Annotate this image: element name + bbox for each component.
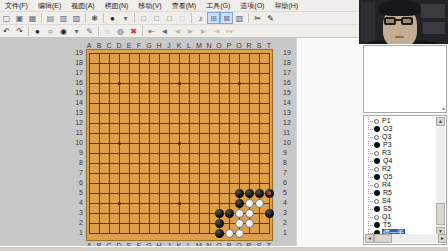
annotate-button[interactable]: ✎ [264, 12, 277, 24]
top-coordinate-H: H [154, 42, 164, 49]
move-list-item-R4[interactable]: R4 [365, 181, 438, 189]
black-stone-Q4 [235, 199, 244, 208]
right-coordinate-1: 1 [283, 229, 293, 236]
top-coordinate-P: P [224, 42, 234, 49]
first-move-button[interactable]: ⇤ [145, 25, 158, 37]
left-coordinate-19: 19 [74, 49, 83, 56]
top-coordinate-L: L [184, 42, 194, 49]
star-point [178, 82, 181, 85]
black-stone-O3 [215, 209, 224, 218]
scroll-right-icon[interactable]: ► [438, 234, 447, 243]
top-coordinate-T: T [264, 42, 274, 49]
stone-mode-dropdown[interactable]: ▾ [70, 25, 83, 37]
redo-button[interactable]: ↷ [13, 25, 26, 37]
capture-button[interactable]: ◍ [114, 25, 127, 37]
star-point [118, 82, 121, 85]
top-coordinate-O: O [214, 42, 224, 49]
top-coordinate-N: N [204, 42, 214, 49]
white-stone-R4 [245, 199, 254, 208]
black-stone-T3 [265, 209, 274, 218]
menu-item-2[interactable]: 视图(A) [66, 0, 99, 12]
zoom-board-button[interactable]: ▨ [233, 12, 246, 24]
move-label: T5 [382, 221, 392, 229]
black-stone-O2 [215, 219, 224, 228]
black-stone-icon [374, 222, 380, 228]
tree-connector [368, 125, 373, 130]
left-coordinate-5: 5 [74, 189, 83, 196]
right-coordinate-15: 15 [283, 89, 293, 96]
white-stone-Q1 [235, 229, 244, 238]
black-stone-R5 [245, 189, 254, 198]
white-stone-P1 [225, 229, 234, 238]
toolbar-separator [191, 13, 192, 23]
tree-connector [368, 181, 373, 186]
right-coordinate-5: 5 [283, 189, 293, 196]
tree-connector [368, 165, 373, 170]
undo-button[interactable]: ↶ [0, 25, 13, 37]
glasses-icon [401, 17, 413, 25]
fast-back-button[interactable]: ◄ [158, 25, 171, 37]
top-coordinate-Q: Q [234, 42, 244, 49]
board-layout-3-button[interactable]: □ [163, 12, 176, 24]
move-list-item-P3[interactable]: P3 [365, 141, 438, 149]
move-label: S4 [381, 197, 392, 205]
vertical-scrollbar[interactable]: ▲ ▼ [436, 117, 445, 236]
comment-box[interactable]: ▴ [363, 45, 447, 113]
sound-button[interactable]: ♪ [194, 12, 207, 24]
top-coordinate-D: D [114, 42, 124, 49]
black-stone-icon [374, 206, 380, 212]
black-stone-icon [374, 190, 380, 196]
move-list-item-S4[interactable]: S4 [365, 197, 438, 205]
status-bar [0, 246, 448, 251]
star-point [118, 202, 121, 205]
black-stone-Q5 [235, 189, 244, 198]
top-coordinate-A: A [84, 42, 94, 49]
new-file-button[interactable]: ▢ [0, 12, 13, 24]
right-coordinate-16: 16 [283, 79, 293, 86]
move-list-item-Q3[interactable]: Q3 [365, 133, 438, 141]
white-stone-Q3 [235, 209, 244, 218]
right-coordinate-6: 6 [283, 179, 293, 186]
star-point [178, 202, 181, 205]
white-stone-icon [374, 151, 379, 156]
left-coordinate-17: 17 [74, 69, 83, 76]
move-list-item-R3[interactable]: R3 [365, 149, 438, 157]
left-coordinate-15: 15 [74, 89, 83, 96]
black-stone-icon [374, 142, 380, 148]
toolbar-separator [248, 13, 249, 23]
move-label: P1 [381, 117, 392, 125]
left-coordinate-12: 12 [74, 119, 83, 126]
menu-item-0[interactable]: 文件(F) [0, 0, 33, 12]
tree-connector [368, 149, 373, 154]
mark-button[interactable]: ✎ [83, 25, 96, 37]
move-label: Q1 [381, 213, 392, 221]
menu-item-5[interactable]: 查看(M) [167, 0, 202, 12]
black-stone-P3 [225, 209, 234, 218]
left-coordinate-16: 16 [74, 79, 83, 86]
star-point [178, 142, 181, 145]
left-coordinate-11: 11 [74, 129, 83, 136]
menu-item-4[interactable]: 移动(V) [133, 0, 166, 12]
left-coordinate-10: 10 [74, 139, 83, 146]
right-coordinate-2: 2 [283, 219, 293, 226]
next-move-button[interactable]: ► [184, 25, 197, 37]
black-stone-T5 [265, 189, 274, 198]
white-stone-icon [374, 183, 379, 188]
open-file-button[interactable]: ▣ [13, 12, 26, 24]
horizontal-scrollbar[interactable]: ◄ ► [365, 234, 447, 243]
left-coordinate-18: 18 [74, 59, 83, 66]
go-editor-window: { "app": { "type": "go-game-record-edito… [0, 0, 448, 251]
game-info-button[interactable]: ✱ [88, 12, 101, 24]
top-coordinate-M: M [194, 42, 204, 49]
tree-connector [368, 157, 373, 162]
person-hair [379, 0, 421, 16]
move-list-item-Q1[interactable]: Q1 [365, 213, 438, 221]
right-coordinate-4: 4 [283, 199, 293, 206]
scroll-left-icon[interactable]: ◄ [365, 234, 374, 243]
last-move-marker [268, 192, 271, 195]
left-coordinate-1: 1 [74, 229, 83, 236]
erase-button[interactable]: ◌ [101, 25, 114, 37]
right-coordinate-11: 11 [283, 129, 293, 136]
white-stone-icon [374, 119, 379, 124]
left-coordinate-13: 13 [74, 109, 83, 116]
save-button[interactable]: ▦ [26, 12, 39, 24]
left-coordinate-8: 8 [74, 159, 83, 166]
right-coordinate-19: 19 [283, 49, 293, 56]
move-list: P1O3Q3P3R3Q4R2Q5R4R5S4S5Q1T5停一手 [365, 117, 438, 236]
alternate-stone-button[interactable]: ◉ [57, 25, 70, 37]
move-list-panel: P1O3Q3P3R3Q4R2Q5R4R5S4S5Q1T5停一手 ▲ ▼ ◄ ► [363, 115, 447, 245]
toolbar-separator [85, 13, 86, 23]
white-stone-icon [374, 167, 379, 172]
tree-connector [368, 205, 373, 210]
move-list-item-S5[interactable]: S5 [365, 205, 438, 213]
left-coordinate-14: 14 [74, 99, 83, 106]
toolbar-separator [28, 26, 29, 36]
move-label: O3 [382, 125, 393, 133]
black-stone-button[interactable]: ● [31, 25, 44, 37]
top-coordinate-J: J [164, 42, 174, 49]
tree-connector [368, 173, 373, 178]
move-list-item-Q4[interactable]: Q4 [365, 157, 438, 165]
move-label: Q4 [382, 157, 393, 165]
stone-color-button[interactable]: ● [106, 12, 119, 24]
horizontal-scroll-thumb[interactable] [374, 234, 392, 243]
left-coordinate-9: 9 [74, 149, 83, 156]
background-shelf [361, 2, 375, 42]
tree-connector [368, 117, 373, 122]
vertical-scroll-thumb[interactable] [436, 203, 445, 225]
move-label: R3 [381, 149, 392, 157]
tree-connector [368, 133, 373, 138]
menu-item-6[interactable]: 工具(G) [201, 0, 235, 12]
right-coordinate-14: 14 [283, 99, 293, 106]
black-stone-icon [374, 174, 380, 180]
left-coordinate-6: 6 [74, 179, 83, 186]
move-label: Q3 [381, 133, 392, 141]
move-label: P3 [382, 141, 393, 149]
white-stone-Q2 [235, 219, 244, 228]
chevron-up-icon: ▴ [442, 105, 445, 111]
top-coordinate-E: E [124, 42, 134, 49]
right-coordinate-10: 10 [283, 139, 293, 146]
left-coordinate-7: 7 [74, 169, 83, 176]
right-coordinate-8: 8 [283, 159, 293, 166]
toolbar-edit: ↶↷●○◉▾✎◌◍✖⇤◄◄►►⇥↦ [0, 25, 363, 38]
move-list-item-O3[interactable]: O3 [365, 125, 438, 133]
person-mouth [395, 36, 404, 38]
last-move-button[interactable]: ⇥ [210, 25, 223, 37]
right-coordinate-9: 9 [283, 149, 293, 156]
top-coordinate-G: G [144, 42, 154, 49]
left-coordinate-2: 2 [74, 219, 83, 226]
webcam-video [359, 0, 448, 44]
toolbar-separator [103, 13, 104, 23]
delete-move-button[interactable]: ✖ [127, 25, 140, 37]
cut-button[interactable]: ✂ [251, 12, 264, 24]
menu-item-3[interactable]: 棋图(N) [100, 0, 134, 12]
toolbar-separator [134, 13, 135, 23]
right-coordinate-3: 3 [283, 209, 293, 216]
white-stone-icon [374, 215, 379, 220]
glasses-bridge [395, 19, 402, 21]
show-coordinates-toggle[interactable]: ⊞ [207, 12, 220, 24]
white-stone-R2 [245, 219, 254, 228]
top-coordinate-R: R [244, 42, 254, 49]
black-stone-icon [374, 126, 380, 132]
black-stone-icon [374, 158, 380, 164]
background-shelf [423, 22, 445, 34]
top-coordinate-K: K [174, 42, 184, 49]
black-stone-S5 [255, 189, 264, 198]
white-stone-button[interactable]: ○ [44, 25, 57, 37]
copy-button[interactable]: ▥ [57, 12, 70, 24]
top-coordinate-B: B [94, 42, 104, 49]
white-stone-R3 [245, 209, 254, 218]
top-coordinate-F: F [134, 42, 144, 49]
star-point [238, 82, 241, 85]
top-coordinate-S: S [254, 42, 264, 49]
black-stone-O1 [215, 229, 224, 238]
show-tree-toggle[interactable]: ⊠ [220, 12, 233, 24]
stone-color-dropdown[interactable]: ▾ [119, 12, 132, 24]
move-list-item-P1[interactable]: P1 [365, 117, 438, 125]
move-list-item-T5[interactable]: T5 [365, 221, 438, 229]
left-coordinate-3: 3 [74, 209, 83, 216]
star-point [118, 142, 121, 145]
board-layout-4-button[interactable]: □ [176, 12, 189, 24]
move-list-item-Q5[interactable]: Q5 [365, 173, 438, 181]
tree-connector [368, 213, 373, 218]
tree-connector [368, 221, 373, 226]
move-label: R5 [382, 189, 393, 197]
white-stone-S4 [255, 199, 264, 208]
white-stone-icon [374, 199, 379, 204]
menu-item-7[interactable]: 选项(O) [235, 0, 269, 12]
white-stone-icon [374, 135, 379, 140]
scroll-up-icon[interactable]: ▲ [436, 117, 445, 126]
move-label: S5 [382, 205, 393, 213]
right-coordinate-18: 18 [283, 59, 293, 66]
toolbar-separator [142, 26, 143, 36]
left-coordinate-4: 4 [74, 199, 83, 206]
go-board-grid[interactable] [89, 53, 270, 234]
menu-item-1[interactable]: 编辑(E) [33, 0, 66, 12]
prev-move-button[interactable]: ◄ [171, 25, 184, 37]
toolbar-separator [41, 13, 42, 23]
tree-connector [368, 189, 373, 194]
move-label: R2 [381, 165, 392, 173]
board-layout-1-button[interactable]: □ [137, 12, 150, 24]
menu-item-8[interactable]: 帮助(H) [269, 0, 303, 12]
background-shelf [421, 4, 445, 18]
right-coordinate-12: 12 [283, 119, 293, 126]
tree-connector [368, 141, 373, 146]
top-coordinate-C: C [104, 42, 114, 49]
fast-forward-button[interactable]: ► [197, 25, 210, 37]
right-coordinate-7: 7 [283, 169, 293, 176]
print-button[interactable]: ▤ [44, 12, 57, 24]
tree-connector [368, 197, 373, 202]
move-list-item-R5[interactable]: R5 [365, 189, 438, 197]
star-point [238, 142, 241, 145]
toolbar-separator [98, 26, 99, 36]
pass-button[interactable]: ↦ [223, 25, 236, 37]
move-label: Q5 [382, 173, 393, 181]
board-layout-2-button[interactable]: □ [150, 12, 163, 24]
move-label: R4 [381, 181, 392, 189]
right-coordinate-17: 17 [283, 69, 293, 76]
toolbar-main: ▢▣▦▤▥▧✱●▾□□□□♪⊞⊠▨✂✎ [0, 12, 363, 25]
paste-button[interactable]: ▧ [70, 12, 83, 24]
move-list-item-R2[interactable]: R2 [365, 165, 438, 173]
right-coordinate-13: 13 [283, 109, 293, 116]
